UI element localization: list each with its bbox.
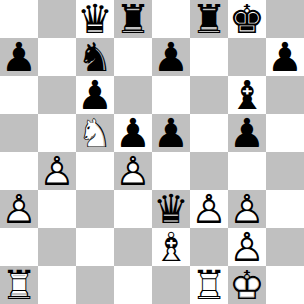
piece-black-pawn: ♟ <box>114 114 152 152</box>
square-g7[interactable] <box>228 38 266 76</box>
piece-black-pawn: ♟ <box>152 38 190 76</box>
square-f6[interactable] <box>190 76 228 114</box>
square-b1[interactable] <box>38 266 76 304</box>
square-e1[interactable] <box>152 266 190 304</box>
square-a7[interactable]: ♟ <box>0 38 38 76</box>
square-c1[interactable] <box>76 266 114 304</box>
square-a2[interactable] <box>0 228 38 266</box>
square-c4[interactable] <box>76 152 114 190</box>
square-f7[interactable] <box>190 38 228 76</box>
piece-white-rook: ♜♖ <box>0 266 38 304</box>
chess-board: ♛♜♜♚♟♞♟♟♟♝♞♘♟♟♟♟♙♟♙♟♙♛♟♙♟♙♝♗♟♙♜♖♜♖♚♔ <box>0 0 304 304</box>
square-b8[interactable] <box>38 0 76 38</box>
square-g5[interactable]: ♟ <box>228 114 266 152</box>
piece-black-pawn: ♟ <box>152 114 190 152</box>
square-h2[interactable] <box>266 228 304 266</box>
square-h8[interactable] <box>266 0 304 38</box>
square-h4[interactable] <box>266 152 304 190</box>
piece-white-bishop: ♝♗ <box>152 228 190 266</box>
square-h5[interactable] <box>266 114 304 152</box>
square-c7[interactable]: ♞ <box>76 38 114 76</box>
square-g3[interactable]: ♟♙ <box>228 190 266 228</box>
square-f1[interactable]: ♜♖ <box>190 266 228 304</box>
square-e3[interactable]: ♛ <box>152 190 190 228</box>
piece-black-knight: ♞ <box>76 38 114 76</box>
piece-white-pawn: ♟♙ <box>228 228 266 266</box>
square-f8[interactable]: ♜ <box>190 0 228 38</box>
square-g4[interactable] <box>228 152 266 190</box>
square-g1[interactable]: ♚♔ <box>228 266 266 304</box>
piece-white-king: ♚♔ <box>228 266 266 304</box>
square-d1[interactable] <box>114 266 152 304</box>
square-d3[interactable] <box>114 190 152 228</box>
square-b3[interactable] <box>38 190 76 228</box>
square-d6[interactable] <box>114 76 152 114</box>
square-e7[interactable]: ♟ <box>152 38 190 76</box>
square-a6[interactable] <box>0 76 38 114</box>
square-d7[interactable] <box>114 38 152 76</box>
piece-white-pawn: ♟♙ <box>228 190 266 228</box>
square-e2[interactable]: ♝♗ <box>152 228 190 266</box>
square-d4[interactable]: ♟♙ <box>114 152 152 190</box>
piece-black-queen: ♛ <box>76 0 114 38</box>
piece-black-pawn: ♟ <box>0 38 38 76</box>
square-g8[interactable]: ♚ <box>228 0 266 38</box>
piece-white-knight: ♞♘ <box>76 114 114 152</box>
piece-white-pawn: ♟♙ <box>190 190 228 228</box>
square-g6[interactable]: ♝ <box>228 76 266 114</box>
square-b2[interactable] <box>38 228 76 266</box>
square-b6[interactable] <box>38 76 76 114</box>
square-a3[interactable]: ♟♙ <box>0 190 38 228</box>
square-a8[interactable] <box>0 0 38 38</box>
piece-black-pawn: ♟ <box>228 114 266 152</box>
square-c8[interactable]: ♛ <box>76 0 114 38</box>
square-g2[interactable]: ♟♙ <box>228 228 266 266</box>
piece-black-pawn: ♟ <box>76 76 114 114</box>
square-d8[interactable]: ♜ <box>114 0 152 38</box>
square-h1[interactable] <box>266 266 304 304</box>
square-h7[interactable]: ♟ <box>266 38 304 76</box>
square-e8[interactable] <box>152 0 190 38</box>
square-b7[interactable] <box>38 38 76 76</box>
square-e5[interactable]: ♟ <box>152 114 190 152</box>
piece-white-pawn: ♟♙ <box>114 152 152 190</box>
square-h3[interactable] <box>266 190 304 228</box>
square-f3[interactable]: ♟♙ <box>190 190 228 228</box>
square-c6[interactable]: ♟ <box>76 76 114 114</box>
piece-black-rook: ♜ <box>190 0 228 38</box>
piece-black-rook: ♜ <box>114 0 152 38</box>
square-h6[interactable] <box>266 76 304 114</box>
piece-black-king: ♚ <box>228 0 266 38</box>
square-b5[interactable] <box>38 114 76 152</box>
square-d5[interactable]: ♟ <box>114 114 152 152</box>
square-e4[interactable] <box>152 152 190 190</box>
piece-black-pawn: ♟ <box>266 38 304 76</box>
square-e6[interactable] <box>152 76 190 114</box>
square-f4[interactable] <box>190 152 228 190</box>
square-c5[interactable]: ♞♘ <box>76 114 114 152</box>
square-a1[interactable]: ♜♖ <box>0 266 38 304</box>
square-f5[interactable] <box>190 114 228 152</box>
piece-black-bishop: ♝ <box>228 76 266 114</box>
piece-black-queen: ♛ <box>152 190 190 228</box>
piece-white-pawn: ♟♙ <box>0 190 38 228</box>
square-a5[interactable] <box>0 114 38 152</box>
piece-white-pawn: ♟♙ <box>38 152 76 190</box>
piece-white-rook: ♜♖ <box>190 266 228 304</box>
square-f2[interactable] <box>190 228 228 266</box>
square-d2[interactable] <box>114 228 152 266</box>
square-c3[interactable] <box>76 190 114 228</box>
square-c2[interactable] <box>76 228 114 266</box>
square-a4[interactable] <box>0 152 38 190</box>
square-b4[interactable]: ♟♙ <box>38 152 76 190</box>
